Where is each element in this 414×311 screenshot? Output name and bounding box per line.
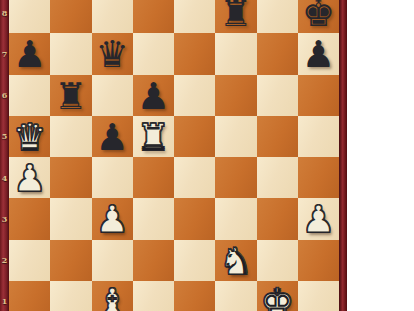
square-a3[interactable] xyxy=(9,198,50,239)
square-c4[interactable] xyxy=(92,157,133,198)
square-c8[interactable] xyxy=(92,0,133,33)
square-h4[interactable] xyxy=(298,157,339,198)
square-e6[interactable] xyxy=(174,75,215,116)
square-f7[interactable] xyxy=(215,33,256,74)
square-a6[interactable] xyxy=(9,75,50,116)
rank-label-3: 3 xyxy=(0,214,9,224)
square-c2[interactable] xyxy=(92,240,133,281)
square-e5[interactable] xyxy=(174,116,215,157)
square-b3[interactable] xyxy=(50,198,91,239)
square-e3[interactable] xyxy=(174,198,215,239)
square-b5[interactable] xyxy=(50,116,91,157)
square-e7[interactable] xyxy=(174,33,215,74)
square-g2[interactable] xyxy=(257,240,298,281)
square-h7[interactable]: ♟ xyxy=(298,33,339,74)
square-d6[interactable]: ♟ xyxy=(133,75,174,116)
rank-label-2: 2 xyxy=(0,255,9,265)
rank-label-6: 6 xyxy=(0,90,9,100)
square-d4[interactable] xyxy=(133,157,174,198)
square-f2[interactable]: ♞ xyxy=(215,240,256,281)
rank-label-8: 8 xyxy=(0,8,9,18)
square-a8[interactable] xyxy=(9,0,50,33)
square-h5[interactable] xyxy=(298,116,339,157)
white-knight-f2[interactable]: ♞ xyxy=(219,241,252,282)
white-king-g1[interactable]: ♚ xyxy=(261,282,294,311)
square-a2[interactable] xyxy=(9,240,50,281)
square-d2[interactable] xyxy=(133,240,174,281)
square-h2[interactable] xyxy=(298,240,339,281)
chess-diagram: ♜♚♟♛♟♜♟♛♟♜♟♟♟♞♝♚ 87654321 xyxy=(0,0,414,311)
rank-label-7: 7 xyxy=(0,49,9,59)
black-rook-b6[interactable]: ♜ xyxy=(54,76,87,117)
square-e1[interactable] xyxy=(174,281,215,311)
white-bishop-c1[interactable]: ♝ xyxy=(96,282,129,311)
black-pawn-c5[interactable]: ♟ xyxy=(96,117,129,158)
square-d8[interactable] xyxy=(133,0,174,33)
square-f8[interactable]: ♜ xyxy=(215,0,256,33)
square-g8[interactable] xyxy=(257,0,298,33)
black-pawn-h7[interactable]: ♟ xyxy=(302,34,335,75)
square-b8[interactable] xyxy=(50,0,91,33)
chess-board: ♜♚♟♛♟♜♟♛♟♜♟♟♟♞♝♚ xyxy=(9,0,339,311)
black-rook-f8[interactable]: ♜ xyxy=(219,0,252,34)
square-c5[interactable]: ♟ xyxy=(92,116,133,157)
rank-label-5: 5 xyxy=(0,131,9,141)
black-queen-c7[interactable]: ♛ xyxy=(96,34,129,75)
square-f4[interactable] xyxy=(215,157,256,198)
square-b6[interactable]: ♜ xyxy=(50,75,91,116)
square-a7[interactable]: ♟ xyxy=(9,33,50,74)
square-d7[interactable] xyxy=(133,33,174,74)
square-f6[interactable] xyxy=(215,75,256,116)
white-pawn-a4[interactable]: ♟ xyxy=(13,158,46,199)
square-a4[interactable]: ♟ xyxy=(9,157,50,198)
black-king-h8[interactable]: ♚ xyxy=(302,0,335,34)
square-h6[interactable] xyxy=(298,75,339,116)
square-e8[interactable] xyxy=(174,0,215,33)
rank-label-4: 4 xyxy=(0,173,9,183)
white-pawn-h3[interactable]: ♟ xyxy=(302,199,335,240)
square-a5[interactable]: ♛ xyxy=(9,116,50,157)
white-pawn-c3[interactable]: ♟ xyxy=(96,199,129,240)
square-c3[interactable]: ♟ xyxy=(92,198,133,239)
square-h1[interactable] xyxy=(298,281,339,311)
square-d1[interactable] xyxy=(133,281,174,311)
square-g6[interactable] xyxy=(257,75,298,116)
square-b2[interactable] xyxy=(50,240,91,281)
white-queen-a5[interactable]: ♛ xyxy=(13,117,46,158)
board-left-border: 87654321 xyxy=(0,0,9,311)
square-g1[interactable]: ♚ xyxy=(257,281,298,311)
square-f3[interactable] xyxy=(215,198,256,239)
square-g5[interactable] xyxy=(257,116,298,157)
square-b4[interactable] xyxy=(50,157,91,198)
square-a1[interactable] xyxy=(9,281,50,311)
square-b1[interactable] xyxy=(50,281,91,311)
square-h8[interactable]: ♚ xyxy=(298,0,339,33)
square-h3[interactable]: ♟ xyxy=(298,198,339,239)
square-b7[interactable] xyxy=(50,33,91,74)
square-g4[interactable] xyxy=(257,157,298,198)
square-f5[interactable] xyxy=(215,116,256,157)
square-g3[interactable] xyxy=(257,198,298,239)
square-f1[interactable] xyxy=(215,281,256,311)
white-rook-d5[interactable]: ♜ xyxy=(137,117,170,158)
board-right-border xyxy=(339,0,347,311)
square-d3[interactable] xyxy=(133,198,174,239)
square-d5[interactable]: ♜ xyxy=(133,116,174,157)
square-c1[interactable]: ♝ xyxy=(92,281,133,311)
square-g7[interactable] xyxy=(257,33,298,74)
square-e4[interactable] xyxy=(174,157,215,198)
black-pawn-a7[interactable]: ♟ xyxy=(13,34,46,75)
square-c7[interactable]: ♛ xyxy=(92,33,133,74)
black-pawn-d6[interactable]: ♟ xyxy=(137,76,170,117)
rank-label-1: 1 xyxy=(0,296,9,306)
square-c6[interactable] xyxy=(92,75,133,116)
square-e2[interactable] xyxy=(174,240,215,281)
